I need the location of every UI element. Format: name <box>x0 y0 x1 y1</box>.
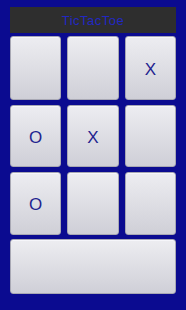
board-cell-r3c3[interactable] <box>125 172 176 235</box>
board-cell-r3c1[interactable]: O <box>10 172 61 235</box>
status-panel[interactable] <box>10 239 176 294</box>
board-cell-r2c1[interactable]: O <box>10 105 61 167</box>
board-cell-r1c1[interactable] <box>10 36 61 100</box>
app-title: TicTacToe <box>62 13 125 28</box>
board-cell-r2c3[interactable] <box>125 105 176 167</box>
board-cell-r1c2[interactable] <box>67 36 118 100</box>
app-window: TicTacToe X O X O <box>0 0 186 310</box>
tictactoe-board: X O X O <box>10 36 176 235</box>
title-bar: TicTacToe <box>10 7 176 33</box>
board-cell-r3c2[interactable] <box>67 172 118 235</box>
board-cell-r1c3[interactable]: X <box>125 36 176 100</box>
board-cell-r2c2[interactable]: X <box>67 105 118 167</box>
